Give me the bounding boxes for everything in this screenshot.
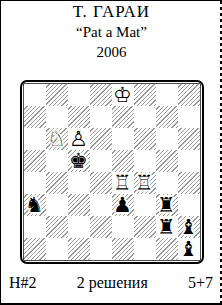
board-area: ♔♘♙♚♖♖♞♟♜♜♝♝ (1, 80, 222, 264)
square-a2 (24, 216, 46, 238)
square-a5 (24, 150, 46, 172)
square-g1 (156, 238, 178, 260)
square-c8 (68, 84, 90, 106)
square-g7 (156, 106, 178, 128)
source-title: “Pat a Mat” (1, 25, 222, 40)
square-f6 (134, 128, 156, 150)
chessboard: ♔♘♙♚♖♖♞♟♜♜♝♝ (24, 84, 200, 260)
square-d8 (90, 84, 112, 106)
piece-black-pawn-e3: ♟ (113, 194, 132, 216)
square-d7 (90, 106, 112, 128)
square-g8 (156, 84, 178, 106)
square-g2: ♜ (156, 216, 178, 238)
square-a3: ♞ (24, 194, 46, 216)
piece-black-bishop-h2: ♝ (179, 216, 198, 238)
square-h6 (178, 128, 200, 150)
source-year: 2006 (1, 45, 222, 60)
square-f2 (134, 216, 156, 238)
page-cut-dashed-line (220, 1, 222, 303)
square-b7 (46, 106, 68, 128)
square-a1 (24, 238, 46, 260)
square-g3: ♜ (156, 194, 178, 216)
square-g5 (156, 150, 178, 172)
square-c1 (68, 238, 90, 260)
square-h1: ♝ (178, 238, 200, 260)
square-a6 (24, 128, 46, 150)
square-d1 (90, 238, 112, 260)
square-e7 (112, 106, 134, 128)
square-h4 (178, 172, 200, 194)
piece-white-knight-b6: ♘ (47, 128, 66, 150)
square-b5 (46, 150, 68, 172)
piece-black-bishop-h1: ♝ (179, 238, 198, 260)
square-b6: ♘ (46, 128, 68, 150)
square-h3 (178, 194, 200, 216)
piece-white-rook-f4: ♖ (135, 172, 154, 194)
diagram-header: Т. ГАРАИ “Pat a Mat” 2006 (1, 1, 222, 60)
square-c2 (68, 216, 90, 238)
square-e2 (112, 216, 134, 238)
piece-black-knight-a3: ♞ (25, 194, 44, 216)
square-e5 (112, 150, 134, 172)
square-d2 (90, 216, 112, 238)
square-e4: ♖ (112, 172, 134, 194)
square-h2: ♝ (178, 216, 200, 238)
square-h8 (178, 84, 200, 106)
square-b1 (46, 238, 68, 260)
square-f8 (134, 84, 156, 106)
square-a8 (24, 84, 46, 106)
square-e8: ♔ (112, 84, 134, 106)
piece-black-king-c5: ♚ (69, 150, 88, 172)
square-h5 (178, 150, 200, 172)
stipulation-label: H#2 (9, 275, 37, 291)
square-c3 (68, 194, 90, 216)
author-name: Т. ГАРАИ (1, 3, 222, 20)
square-f4: ♖ (134, 172, 156, 194)
square-g6 (156, 128, 178, 150)
square-e1 (112, 238, 134, 260)
square-b3 (46, 194, 68, 216)
square-d5 (90, 150, 112, 172)
square-c5: ♚ (68, 150, 90, 172)
square-c4 (68, 172, 90, 194)
square-c7 (68, 106, 90, 128)
piece-black-rook-g2: ♜ (157, 216, 176, 238)
square-h7 (178, 106, 200, 128)
square-e6 (112, 128, 134, 150)
board-frame: ♔♘♙♚♖♖♞♟♜♜♝♝ (20, 80, 204, 264)
square-b8 (46, 84, 68, 106)
stipulation-row: H#2 2 решения 5+7 (1, 275, 222, 291)
piece-white-pawn-c6: ♙ (69, 128, 88, 150)
square-f5 (134, 150, 156, 172)
square-f7 (134, 106, 156, 128)
square-b4 (46, 172, 68, 194)
piece-black-rook-g3: ♜ (157, 194, 176, 216)
square-f1 (134, 238, 156, 260)
piece-white-rook-e4: ♖ (113, 172, 132, 194)
square-a7 (24, 106, 46, 128)
square-c6: ♙ (68, 128, 90, 150)
square-a4 (24, 172, 46, 194)
problem-card: Т. ГАРАИ “Pat a Mat” 2006 ♔♘♙♚♖♖♞♟♜♜♝♝ H… (0, 0, 222, 305)
square-d6 (90, 128, 112, 150)
square-e3: ♟ (112, 194, 134, 216)
square-f3 (134, 194, 156, 216)
square-d3 (90, 194, 112, 216)
square-g4 (156, 172, 178, 194)
piece-white-king-e8: ♔ (113, 84, 132, 106)
square-d4 (90, 172, 112, 194)
square-b2 (46, 216, 68, 238)
solutions-note: 2 решения (77, 275, 148, 291)
material-count: 5+7 (188, 275, 213, 291)
board-inner-border: ♔♘♙♚♖♖♞♟♜♜♝♝ (23, 83, 201, 261)
